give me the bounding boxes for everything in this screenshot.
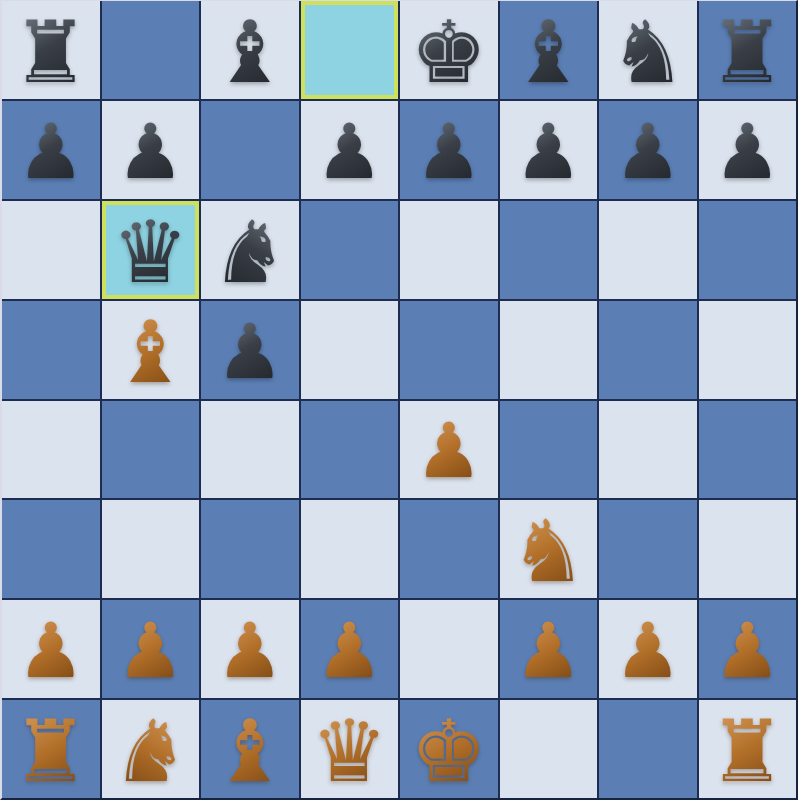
square-d1[interactable]: ♛	[301, 700, 399, 798]
square-h1[interactable]: ♜	[699, 700, 797, 798]
square-e7[interactable]: ♟	[400, 101, 498, 199]
square-a7[interactable]: ♟	[2, 101, 100, 199]
piece-white-pawn[interactable]: ♟	[614, 613, 682, 689]
square-e4[interactable]: ♟	[400, 401, 498, 499]
square-f7[interactable]: ♟	[500, 101, 598, 199]
square-b3[interactable]	[102, 500, 200, 598]
square-c8[interactable]: ♝	[201, 1, 299, 99]
piece-black-knight[interactable]: ♞	[609, 9, 686, 95]
piece-black-pawn[interactable]: ♟	[614, 114, 682, 190]
square-b5[interactable]: ♝	[102, 301, 200, 399]
square-g4[interactable]	[599, 401, 697, 499]
piece-white-pawn[interactable]: ♟	[315, 613, 383, 689]
square-a8[interactable]: ♜	[2, 1, 100, 99]
square-b8[interactable]	[102, 1, 200, 99]
square-c5[interactable]: ♟	[201, 301, 299, 399]
chess-board: ♜♝♚♝♞♜♟♟♟♟♟♟♟♛♞♝♟♟♞♟♟♟♟♟♟♟♜♞♝♛♚♜	[2, 1, 796, 798]
square-d5[interactable]	[301, 301, 399, 399]
piece-white-bishop[interactable]: ♝	[211, 708, 288, 794]
piece-black-bishop[interactable]: ♝	[510, 9, 587, 95]
square-c7[interactable]	[201, 101, 299, 199]
square-f3[interactable]: ♞	[500, 500, 598, 598]
square-a3[interactable]	[2, 500, 100, 598]
square-b7[interactable]: ♟	[102, 101, 200, 199]
square-e2[interactable]	[400, 600, 498, 698]
square-h8[interactable]: ♜	[699, 1, 797, 99]
square-a6[interactable]	[2, 201, 100, 299]
square-e8[interactable]: ♚	[400, 1, 498, 99]
square-f6[interactable]	[500, 201, 598, 299]
square-a4[interactable]	[2, 401, 100, 499]
square-a2[interactable]: ♟	[2, 600, 100, 698]
piece-white-pawn[interactable]: ♟	[17, 613, 85, 689]
square-d3[interactable]	[301, 500, 399, 598]
piece-white-knight[interactable]: ♞	[510, 508, 587, 594]
piece-white-king[interactable]: ♚	[410, 708, 487, 794]
piece-black-rook[interactable]: ♜	[12, 9, 89, 95]
piece-black-pawn[interactable]: ♟	[17, 114, 85, 190]
piece-black-pawn[interactable]: ♟	[216, 314, 284, 390]
square-e6[interactable]	[400, 201, 498, 299]
square-c6[interactable]: ♞	[201, 201, 299, 299]
square-d7[interactable]: ♟	[301, 101, 399, 199]
square-b2[interactable]: ♟	[102, 600, 200, 698]
piece-black-pawn[interactable]: ♟	[713, 114, 781, 190]
square-h4[interactable]	[699, 401, 797, 499]
square-g8[interactable]: ♞	[599, 1, 697, 99]
square-d4[interactable]	[301, 401, 399, 499]
square-h2[interactable]: ♟	[699, 600, 797, 698]
square-b4[interactable]	[102, 401, 200, 499]
square-f5[interactable]	[500, 301, 598, 399]
square-b1[interactable]: ♞	[102, 700, 200, 798]
piece-white-rook[interactable]: ♜	[709, 708, 786, 794]
square-g1[interactable]	[599, 700, 697, 798]
square-h5[interactable]	[699, 301, 797, 399]
square-g6[interactable]	[599, 201, 697, 299]
square-e3[interactable]	[400, 500, 498, 598]
piece-white-bishop[interactable]: ♝	[112, 309, 189, 395]
square-a5[interactable]	[2, 301, 100, 399]
square-c1[interactable]: ♝	[201, 700, 299, 798]
piece-black-pawn[interactable]: ♟	[514, 114, 582, 190]
square-c2[interactable]: ♟	[201, 600, 299, 698]
piece-black-king[interactable]: ♚	[410, 9, 487, 95]
piece-black-rook[interactable]: ♜	[709, 9, 786, 95]
square-b6[interactable]: ♛	[102, 201, 200, 299]
piece-white-pawn[interactable]: ♟	[415, 413, 483, 489]
square-g2[interactable]: ♟	[599, 600, 697, 698]
square-e1[interactable]: ♚	[400, 700, 498, 798]
square-d8[interactable]	[301, 1, 399, 99]
piece-white-pawn[interactable]: ♟	[713, 613, 781, 689]
square-f8[interactable]: ♝	[500, 1, 598, 99]
piece-white-knight[interactable]: ♞	[112, 708, 189, 794]
square-g3[interactable]	[599, 500, 697, 598]
square-g5[interactable]	[599, 301, 697, 399]
square-e5[interactable]	[400, 301, 498, 399]
piece-black-pawn[interactable]: ♟	[415, 114, 483, 190]
piece-white-rook[interactable]: ♜	[12, 708, 89, 794]
square-c4[interactable]	[201, 401, 299, 499]
square-d6[interactable]	[301, 201, 399, 299]
square-d2[interactable]: ♟	[301, 600, 399, 698]
piece-white-pawn[interactable]: ♟	[514, 613, 582, 689]
square-c3[interactable]	[201, 500, 299, 598]
piece-black-pawn[interactable]: ♟	[315, 114, 383, 190]
piece-white-queen[interactable]: ♛	[311, 708, 388, 794]
square-h7[interactable]: ♟	[699, 101, 797, 199]
piece-white-pawn[interactable]: ♟	[116, 613, 184, 689]
square-a1[interactable]: ♜	[2, 700, 100, 798]
piece-black-bishop[interactable]: ♝	[211, 9, 288, 95]
square-f4[interactable]	[500, 401, 598, 499]
board-frame: ♜♝♚♝♞♜♟♟♟♟♟♟♟♛♞♝♟♟♞♟♟♟♟♟♟♟♜♞♝♛♚♜	[0, 0, 798, 800]
square-h6[interactable]	[699, 201, 797, 299]
piece-black-pawn[interactable]: ♟	[116, 114, 184, 190]
piece-white-pawn[interactable]: ♟	[216, 613, 284, 689]
square-g7[interactable]: ♟	[599, 101, 697, 199]
piece-black-knight[interactable]: ♞	[211, 209, 288, 295]
piece-black-queen[interactable]: ♛	[112, 209, 189, 295]
square-f2[interactable]: ♟	[500, 600, 598, 698]
square-h3[interactable]	[699, 500, 797, 598]
square-f1[interactable]	[500, 700, 598, 798]
